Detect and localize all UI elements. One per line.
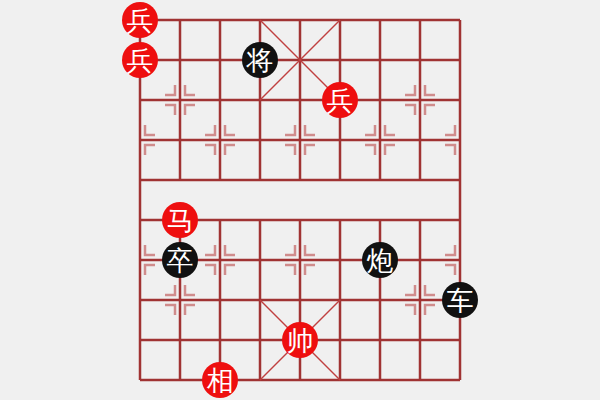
piece-glyph: 炮	[367, 247, 394, 274]
black-piece-disc: 卒	[162, 242, 198, 278]
red-piece-disc: 马	[162, 202, 198, 238]
black-chariot[interactable]: 车	[440, 280, 480, 320]
red-general[interactable]: 帅	[280, 320, 320, 360]
piece-glyph: 兵	[127, 47, 154, 74]
piece-glyph: 相	[207, 367, 234, 394]
black-piece-disc: 车	[442, 282, 478, 318]
red-elephant[interactable]: 相	[200, 360, 240, 400]
black-soldier[interactable]: 卒	[160, 240, 200, 280]
red-soldier-2[interactable]: 兵	[120, 40, 160, 80]
piece-glyph: 帅	[287, 327, 314, 354]
piece-glyph: 卒	[167, 247, 194, 274]
piece-glyph: 兵	[327, 87, 354, 114]
board-grid: 兵兵将兵马卒炮车帅相	[120, 0, 480, 400]
piece-glyph: 车	[447, 287, 474, 314]
red-piece-disc: 兵	[322, 82, 358, 118]
black-piece-disc: 炮	[362, 242, 398, 278]
red-soldier-1[interactable]: 兵	[120, 0, 160, 40]
black-cannon[interactable]: 炮	[360, 240, 400, 280]
piece-glyph: 兵	[127, 7, 154, 34]
black-general[interactable]: 将	[240, 40, 280, 80]
xiangqi-board: 兵兵将兵马卒炮车帅相	[0, 0, 600, 400]
piece-glyph: 将	[247, 47, 274, 74]
red-piece-disc: 相	[202, 362, 238, 398]
red-piece-disc: 兵	[122, 42, 158, 78]
red-soldier-3[interactable]: 兵	[320, 80, 360, 120]
red-piece-disc: 帅	[282, 322, 318, 358]
red-piece-disc: 兵	[122, 2, 158, 38]
black-piece-disc: 将	[242, 42, 278, 78]
piece-glyph: 马	[167, 207, 194, 234]
red-horse[interactable]: 马	[160, 200, 200, 240]
